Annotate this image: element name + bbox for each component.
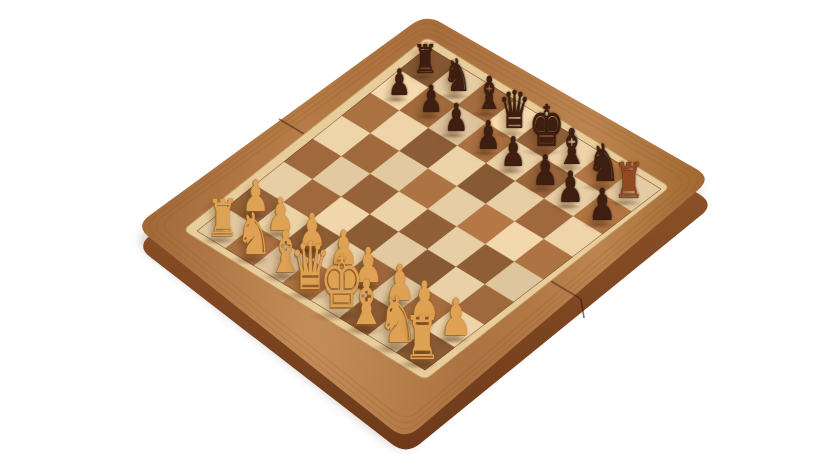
black-pawn-d7[interactable]: ♟ [476, 116, 501, 156]
black-pawn-c7[interactable]: ♟ [444, 99, 468, 138]
white-rook-a1[interactable]: ♜ [207, 193, 239, 244]
black-pawn-a7[interactable]: ♟ [388, 65, 411, 101]
white-pawn-h2[interactable]: ♟ [440, 292, 472, 343]
black-knight-b8[interactable]: ♞ [443, 54, 471, 99]
white-knight-b1[interactable]: ♞ [236, 205, 272, 263]
black-pawn-b7[interactable]: ♟ [420, 82, 443, 120]
black-pawn-f7[interactable]: ♟ [532, 150, 558, 192]
black-pawn-h7[interactable]: ♟ [589, 183, 616, 227]
black-pawn-g7[interactable]: ♟ [557, 166, 584, 209]
white-rook-h1[interactable]: ♜ [404, 308, 441, 368]
product-photo-scene: ♜♞♝♛♚♝♞♜♟♟♟♟♟♟♟♟♟♟♟♟♟♟♟♟♜♞♝♛♚♝♞♜ [0, 0, 840, 473]
black-rook-a8[interactable]: ♜ [413, 40, 438, 80]
black-rook-h8[interactable]: ♜ [614, 158, 644, 207]
black-pawn-e7[interactable]: ♟ [501, 133, 526, 174]
